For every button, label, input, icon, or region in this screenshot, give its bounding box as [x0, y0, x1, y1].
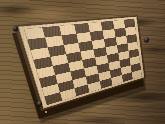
- table-surface: [0, 0, 165, 124]
- corner-peg-icon: [13, 26, 18, 31]
- corner-peg-icon: [37, 101, 42, 106]
- corner-peg-icon: [144, 37, 149, 42]
- square-h1: [132, 70, 142, 79]
- latch-screw-detail: [45, 111, 47, 113]
